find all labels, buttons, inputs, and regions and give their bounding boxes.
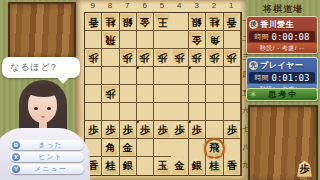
board-cell-4三[interactable]: 歩 xyxy=(171,49,188,67)
y-button-icon: Y xyxy=(12,165,20,173)
board-cell-8七[interactable]: 歩 xyxy=(102,121,119,139)
board-cell-1四[interactable] xyxy=(224,67,241,85)
gote-badge: 後 xyxy=(249,20,258,29)
gote-captured-tray[interactable] xyxy=(8,2,76,60)
board-cell-8五[interactable]: 歩 xyxy=(102,85,119,103)
piece-歩-gote[interactable]: 歩 xyxy=(86,50,101,66)
board-cell-9二[interactable] xyxy=(85,31,102,49)
piece-飛-gote[interactable]: 飛 xyxy=(103,32,118,48)
sente-captured-tray[interactable]: 歩 xyxy=(248,105,318,180)
piece-歩-gote[interactable]: 歩 xyxy=(224,50,239,66)
board-cell-8六[interactable] xyxy=(102,103,119,121)
thinking-status-text: 思考中 xyxy=(258,89,317,100)
board-cell-4五[interactable] xyxy=(171,85,188,103)
board-cell-1三[interactable]: 歩 xyxy=(224,49,241,67)
board-cell-7八[interactable]: 金 xyxy=(120,139,137,157)
piece-金-sente[interactable]: 金 xyxy=(120,140,135,156)
board-cell-2九[interactable]: 桂 xyxy=(206,157,224,175)
board-cell-9三[interactable]: 歩 xyxy=(85,49,102,67)
board-cell-1八[interactable] xyxy=(224,139,241,157)
board-cell-4八[interactable] xyxy=(171,139,188,157)
board-cell-9七[interactable]: 歩 xyxy=(85,121,102,139)
speech-bubble-text: なるほど? xyxy=(10,61,57,74)
spinner-icon: ✳ xyxy=(250,90,257,99)
piece-歩-sente[interactable]: 歩 xyxy=(189,122,204,138)
board-cell-8四[interactable] xyxy=(102,67,119,85)
piece-歩-gote[interactable]: 歩 xyxy=(120,50,135,66)
controller-hints: B まった X ヒント Y メニュー xyxy=(10,140,84,176)
piece-歩-sente[interactable]: 歩 xyxy=(297,161,312,177)
board-cell-6六[interactable] xyxy=(137,103,154,121)
board-cell-1九[interactable]: 香 xyxy=(224,157,241,175)
piece-角-sente[interactable]: 角 xyxy=(103,140,118,156)
hint-label: ヒント xyxy=(23,152,84,162)
board-cell-7四[interactable] xyxy=(120,67,137,85)
board-cell-1七[interactable]: 歩 xyxy=(224,121,241,139)
speech-bubble: なるほど? xyxy=(2,57,80,78)
board-cell-6五[interactable] xyxy=(137,85,154,103)
board-cell-5九[interactable]: 玉 xyxy=(154,157,171,175)
file-label-7: 7 xyxy=(119,1,136,11)
piece-桂-gote[interactable]: 桂 xyxy=(103,14,118,30)
piece-銀-sente[interactable]: 銀 xyxy=(120,158,135,174)
board-cell-5四[interactable] xyxy=(154,67,171,85)
gote-byoyomi-info: 秒読/ - 考慮/ -- xyxy=(247,43,317,54)
takeback-button[interactable]: B まった xyxy=(10,140,84,150)
board-cell-7三[interactable]: 歩 xyxy=(120,49,137,67)
board-cell-9一[interactable]: 香 xyxy=(85,13,102,31)
board-cell-3五[interactable] xyxy=(189,85,206,103)
board-cell-4九[interactable]: 金 xyxy=(171,157,188,175)
takeback-label: まった xyxy=(23,140,84,150)
piece-歩-sente[interactable]: 歩 xyxy=(86,122,101,138)
hand-piece-歩[interactable]: 歩 xyxy=(297,161,312,177)
piece-香-gote[interactable]: 香 xyxy=(86,14,101,30)
gote-time-value: 0:00:08 xyxy=(272,32,310,42)
piece-歩-gote[interactable]: 歩 xyxy=(155,50,170,66)
board-cell-2五[interactable] xyxy=(206,85,224,103)
menu-label: メニュー xyxy=(23,164,84,174)
shogi-board-panel: 987654321 一二三四五六七八九 香桂銀金王銀桂香飛金角歩歩歩歩歩歩歩歩歩… xyxy=(76,0,246,180)
board-cell-7九[interactable]: 銀 xyxy=(120,157,137,175)
board-cell-3六[interactable] xyxy=(189,103,206,121)
board-cell-4一[interactable] xyxy=(171,13,188,31)
file-label-9: 9 xyxy=(84,1,101,11)
gote-player-card: 後 香川愛生 時間 0:00:08 秒読/ - 考慮/ -- xyxy=(246,16,318,54)
piece-歩-sente[interactable]: 歩 xyxy=(172,122,187,138)
board-cell-6一[interactable]: 金 xyxy=(137,13,154,31)
piece-角-gote[interactable]: 角 xyxy=(207,32,222,48)
board-cell-9四[interactable] xyxy=(85,67,102,85)
board-cell-2三[interactable]: 歩 xyxy=(206,49,224,67)
file-label-5: 5 xyxy=(153,1,170,11)
piece-歩-gote[interactable]: 歩 xyxy=(103,86,118,102)
piece-歩-gote[interactable]: 歩 xyxy=(172,50,187,66)
avatar-bangs xyxy=(26,84,59,97)
sente-badge: 先 xyxy=(249,61,258,70)
board-cell-3四[interactable] xyxy=(189,67,206,85)
board-cell-8三[interactable] xyxy=(102,49,119,67)
board-cell-3七[interactable]: 歩 xyxy=(189,121,206,139)
board-cell-6八[interactable] xyxy=(137,139,154,157)
board-cell-3九[interactable]: 銀 xyxy=(189,157,206,175)
board-cell-3二[interactable]: 金 xyxy=(189,31,206,49)
board-cell-3八[interactable] xyxy=(189,139,206,157)
shogi-app-screen: 987654321 一二三四五六七八九 香桂銀金王銀桂香飛金角歩歩歩歩歩歩歩歩歩… xyxy=(0,0,320,180)
piece-桂-gote[interactable]: 桂 xyxy=(207,14,222,30)
board-cell-2六[interactable] xyxy=(206,103,224,121)
board-cell-2八[interactable]: 飛 xyxy=(206,139,224,157)
file-label-6: 6 xyxy=(136,1,153,11)
piece-桂-sente[interactable]: 桂 xyxy=(207,158,222,174)
hint-button[interactable]: X ヒント xyxy=(10,152,84,162)
piece-歩-sente[interactable]: 歩 xyxy=(155,122,170,138)
piece-金-gote[interactable]: 金 xyxy=(137,14,152,30)
board-cell-9五[interactable] xyxy=(85,85,102,103)
piece-歩-gote[interactable]: 歩 xyxy=(189,50,204,66)
piece-歩-sente[interactable]: 歩 xyxy=(103,122,118,138)
board-cell-2七[interactable] xyxy=(206,121,224,139)
board-cell-5五[interactable] xyxy=(154,85,171,103)
piece-王-gote[interactable]: 王 xyxy=(155,14,170,30)
dojo-title: 将棋道場 xyxy=(246,3,320,16)
file-label-1: 1 xyxy=(223,1,240,11)
x-button-icon: X xyxy=(12,153,20,161)
sente-player-name: プレイヤー xyxy=(260,60,303,71)
piece-銀-sente[interactable]: 銀 xyxy=(189,158,204,174)
piece-銀-gote[interactable]: 銀 xyxy=(189,14,204,30)
sente-time-value: 0:01:03 xyxy=(272,73,310,83)
board-cell-3一[interactable]: 銀 xyxy=(189,13,206,31)
board-cell-6二[interactable] xyxy=(137,31,154,49)
board-cell-7七[interactable]: 歩 xyxy=(120,121,137,139)
piece-桂-sente[interactable]: 桂 xyxy=(103,158,118,174)
piece-香-sente[interactable]: 香 xyxy=(224,158,239,174)
board-cell-7一[interactable]: 銀 xyxy=(120,13,137,31)
board-cell-8八[interactable]: 角 xyxy=(102,139,119,157)
board-cell-4二[interactable] xyxy=(171,31,188,49)
avatar-eye xyxy=(47,107,51,110)
board-cell-2二[interactable]: 角 xyxy=(206,31,224,49)
board-cell-4六[interactable] xyxy=(171,103,188,121)
board-cell-7二[interactable] xyxy=(120,31,137,49)
file-label-4: 4 xyxy=(171,1,188,11)
board-cell-5一[interactable]: 王 xyxy=(154,13,171,31)
board-cell-6九[interactable] xyxy=(137,157,154,175)
piece-歩-sente[interactable]: 歩 xyxy=(137,122,152,138)
board-cell-4七[interactable]: 歩 xyxy=(171,121,188,139)
menu-button[interactable]: Y メニュー xyxy=(10,164,84,174)
gote-player-name: 香川愛生 xyxy=(260,19,294,30)
board-cell-2一[interactable]: 桂 xyxy=(206,13,224,31)
board-cell-1五[interactable] xyxy=(224,85,241,103)
board-cell-1一[interactable]: 香 xyxy=(224,13,241,31)
sente-time-label: 時間 xyxy=(255,73,269,83)
board-cell-2四[interactable] xyxy=(206,67,224,85)
piece-歩-sente[interactable]: 歩 xyxy=(224,122,239,138)
board-cell-1六[interactable] xyxy=(224,103,241,121)
board-cell-3三[interactable]: 歩 xyxy=(189,49,206,67)
board-cell-8一[interactable]: 桂 xyxy=(102,13,119,31)
piece-香-gote[interactable]: 香 xyxy=(224,14,239,30)
piece-歩-gote[interactable]: 歩 xyxy=(137,50,152,66)
board-grid: 香桂銀金王銀桂香飛金角歩歩歩歩歩歩歩歩歩歩歩歩歩歩歩歩歩角金飛香桂銀玉金銀桂香 xyxy=(84,12,242,176)
board-cell-6三[interactable]: 歩 xyxy=(137,49,154,67)
last-move-highlight: 飛 xyxy=(206,140,223,157)
file-coordinates: 987654321 xyxy=(84,1,240,11)
piece-飛-sente[interactable]: 飛 xyxy=(207,140,222,156)
piece-歩-gote[interactable]: 歩 xyxy=(207,50,222,66)
board-cell-5二[interactable] xyxy=(154,31,171,49)
board-cell-5六[interactable] xyxy=(154,103,171,121)
piece-玉-sente[interactable]: 玉 xyxy=(155,158,170,174)
board-cell-8九[interactable]: 桂 xyxy=(102,157,119,175)
board-cell-7五[interactable] xyxy=(120,85,137,103)
piece-金-gote[interactable]: 金 xyxy=(189,32,204,48)
board-cell-6四[interactable] xyxy=(137,67,154,85)
board-cell-1二[interactable] xyxy=(224,31,241,49)
piece-金-sente[interactable]: 金 xyxy=(172,158,187,174)
file-label-3: 3 xyxy=(188,1,205,11)
gote-time-label: 時間 xyxy=(255,32,269,42)
avatar-eye xyxy=(34,107,38,110)
board-cell-5八[interactable] xyxy=(154,139,171,157)
board-cell-8二[interactable]: 飛 xyxy=(102,31,119,49)
board-cell-4四[interactable] xyxy=(171,67,188,85)
board-cell-9六[interactable] xyxy=(85,103,102,121)
thinking-status-bar: ✳ 思考中 xyxy=(246,88,318,101)
board-cell-5三[interactable]: 歩 xyxy=(154,49,171,67)
board-cell-6七[interactable]: 歩 xyxy=(137,121,154,139)
file-label-2: 2 xyxy=(205,1,222,11)
board-cell-5七[interactable]: 歩 xyxy=(154,121,171,139)
board-cell-7六[interactable] xyxy=(120,103,137,121)
b-button-icon: B xyxy=(12,141,20,149)
file-label-8: 8 xyxy=(101,1,118,11)
piece-銀-gote[interactable]: 銀 xyxy=(120,14,135,30)
piece-歩-sente[interactable]: 歩 xyxy=(120,122,135,138)
